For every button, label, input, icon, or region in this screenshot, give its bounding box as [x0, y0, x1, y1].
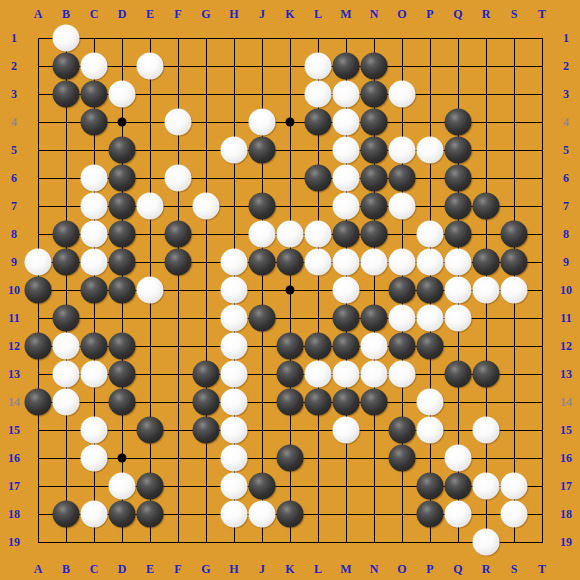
- row-label-left-2: 2: [11, 60, 17, 72]
- row-label-right-10: 10: [560, 284, 572, 296]
- star-point-K4: [286, 118, 295, 127]
- stone-black-O15: [389, 417, 416, 444]
- stone-white-C2: [81, 53, 108, 80]
- col-label-top-P: P: [426, 8, 433, 20]
- stone-white-L13: [305, 361, 332, 388]
- row-label-left-18: 18: [8, 508, 20, 520]
- stone-black-N6: [361, 165, 388, 192]
- stone-black-K18: [277, 501, 304, 528]
- row-label-right-7: 7: [563, 200, 569, 212]
- stone-white-P11: [417, 305, 444, 332]
- col-label-top-R: R: [482, 8, 491, 20]
- col-label-bottom-A: A: [34, 563, 43, 575]
- stone-black-Q13: [445, 361, 472, 388]
- stone-black-P10: [417, 277, 444, 304]
- stone-white-K8: [277, 221, 304, 248]
- stone-white-M7: [333, 193, 360, 220]
- col-label-bottom-J: J: [259, 563, 265, 575]
- stone-black-Q4: [445, 109, 472, 136]
- stone-black-C4: [81, 109, 108, 136]
- col-label-top-S: S: [511, 8, 518, 20]
- col-label-top-F: F: [174, 8, 181, 20]
- row-label-right-5: 5: [563, 144, 569, 156]
- row-label-left-4: 4: [11, 116, 17, 128]
- stone-black-C10: [81, 277, 108, 304]
- stone-white-O3: [389, 81, 416, 108]
- stone-black-C12: [81, 333, 108, 360]
- row-label-right-13: 13: [560, 368, 572, 380]
- stone-black-S9: [501, 249, 528, 276]
- stone-black-L12: [305, 333, 332, 360]
- stone-white-P9: [417, 249, 444, 276]
- stone-black-D8: [109, 221, 136, 248]
- row-label-right-15: 15: [560, 424, 572, 436]
- stone-black-D5: [109, 137, 136, 164]
- row-label-right-1: 1: [563, 32, 569, 44]
- stone-white-M9: [333, 249, 360, 276]
- stone-black-C3: [81, 81, 108, 108]
- star-point-K10: [286, 286, 295, 295]
- row-label-left-8: 8: [11, 228, 17, 240]
- col-label-bottom-S: S: [511, 563, 518, 575]
- stone-white-J8: [249, 221, 276, 248]
- col-label-top-Q: Q: [453, 8, 462, 20]
- stone-white-B14: [53, 389, 80, 416]
- stone-white-H13: [221, 361, 248, 388]
- col-label-top-A: A: [34, 8, 43, 20]
- col-label-top-C: C: [90, 8, 99, 20]
- row-label-right-16: 16: [560, 452, 572, 464]
- stone-white-Q18: [445, 501, 472, 528]
- stone-white-B12: [53, 333, 80, 360]
- stone-black-A12: [25, 333, 52, 360]
- row-label-right-14: 14: [560, 396, 572, 408]
- stone-white-R17: [473, 473, 500, 500]
- row-label-left-14: 14: [8, 396, 20, 408]
- stone-black-G15: [193, 417, 220, 444]
- stone-white-M10: [333, 277, 360, 304]
- col-label-bottom-K: K: [285, 563, 294, 575]
- stone-black-M2: [333, 53, 360, 80]
- col-label-top-K: K: [285, 8, 294, 20]
- stone-white-P8: [417, 221, 444, 248]
- stone-white-H14: [221, 389, 248, 416]
- row-label-left-11: 11: [8, 312, 19, 324]
- col-label-bottom-B: B: [62, 563, 70, 575]
- stone-black-Q5: [445, 137, 472, 164]
- stone-white-M13: [333, 361, 360, 388]
- col-label-top-L: L: [314, 8, 322, 20]
- stone-black-N7: [361, 193, 388, 220]
- row-label-left-12: 12: [8, 340, 20, 352]
- grid-line-horizontal: [38, 430, 543, 431]
- stone-white-Q9: [445, 249, 472, 276]
- stone-white-R10: [473, 277, 500, 304]
- row-label-left-6: 6: [11, 172, 17, 184]
- stone-white-O13: [389, 361, 416, 388]
- stone-white-L8: [305, 221, 332, 248]
- col-label-bottom-O: O: [397, 563, 406, 575]
- stone-white-P5: [417, 137, 444, 164]
- stone-white-C9: [81, 249, 108, 276]
- stone-black-R7: [473, 193, 500, 220]
- col-label-bottom-N: N: [370, 563, 379, 575]
- go-board[interactable]: AABBCCDDEEFFGGHHJJKKLLMMNNOOPPQQRRSSTT11…: [0, 0, 580, 580]
- grid-line-horizontal: [38, 542, 543, 543]
- stone-black-E17: [137, 473, 164, 500]
- stone-black-M12: [333, 333, 360, 360]
- stone-black-B9: [53, 249, 80, 276]
- row-label-right-19: 19: [560, 536, 572, 548]
- row-label-left-1: 1: [11, 32, 17, 44]
- col-label-bottom-R: R: [482, 563, 491, 575]
- row-label-left-3: 3: [11, 88, 17, 100]
- row-label-left-19: 19: [8, 536, 20, 548]
- stone-white-Q16: [445, 445, 472, 472]
- row-label-right-4: 4: [563, 116, 569, 128]
- row-label-right-8: 8: [563, 228, 569, 240]
- stone-white-H16: [221, 445, 248, 472]
- stone-white-E10: [137, 277, 164, 304]
- stone-black-K14: [277, 389, 304, 416]
- row-label-right-17: 17: [560, 480, 572, 492]
- stone-white-N12: [361, 333, 388, 360]
- stone-black-L6: [305, 165, 332, 192]
- col-label-top-J: J: [259, 8, 265, 20]
- stone-black-O10: [389, 277, 416, 304]
- row-label-left-7: 7: [11, 200, 17, 212]
- stone-black-A10: [25, 277, 52, 304]
- stone-white-R19: [473, 529, 500, 556]
- stone-white-S10: [501, 277, 528, 304]
- col-label-bottom-C: C: [90, 563, 99, 575]
- stone-white-O7: [389, 193, 416, 220]
- row-label-right-2: 2: [563, 60, 569, 72]
- stone-white-L2: [305, 53, 332, 80]
- stone-white-H11: [221, 305, 248, 332]
- stone-white-C13: [81, 361, 108, 388]
- stone-black-O16: [389, 445, 416, 472]
- stone-black-D9: [109, 249, 136, 276]
- stone-white-H17: [221, 473, 248, 500]
- stone-black-D12: [109, 333, 136, 360]
- stone-black-M14: [333, 389, 360, 416]
- stone-white-C6: [81, 165, 108, 192]
- col-label-top-T: T: [538, 8, 546, 20]
- stone-black-D10: [109, 277, 136, 304]
- row-label-right-11: 11: [560, 312, 571, 324]
- stone-white-Q11: [445, 305, 472, 332]
- stone-white-L9: [305, 249, 332, 276]
- col-label-top-O: O: [397, 8, 406, 20]
- col-label-top-B: B: [62, 8, 70, 20]
- col-label-top-N: N: [370, 8, 379, 20]
- col-label-top-H: H: [229, 8, 238, 20]
- stone-white-E7: [137, 193, 164, 220]
- stone-white-M15: [333, 417, 360, 444]
- col-label-top-M: M: [340, 8, 351, 20]
- stone-white-M6: [333, 165, 360, 192]
- col-label-bottom-H: H: [229, 563, 238, 575]
- stone-white-J18: [249, 501, 276, 528]
- stone-white-F6: [165, 165, 192, 192]
- stone-white-M5: [333, 137, 360, 164]
- stone-black-K13: [277, 361, 304, 388]
- stone-black-N11: [361, 305, 388, 332]
- stone-white-C15: [81, 417, 108, 444]
- stone-black-E15: [137, 417, 164, 444]
- stone-black-J7: [249, 193, 276, 220]
- stone-white-S17: [501, 473, 528, 500]
- stone-black-A14: [25, 389, 52, 416]
- stone-white-C7: [81, 193, 108, 220]
- stone-white-N9: [361, 249, 388, 276]
- stone-black-P17: [417, 473, 444, 500]
- col-label-bottom-T: T: [538, 563, 546, 575]
- stone-white-J4: [249, 109, 276, 136]
- stone-black-D18: [109, 501, 136, 528]
- col-label-bottom-P: P: [426, 563, 433, 575]
- stone-white-B1: [53, 25, 80, 52]
- col-label-bottom-D: D: [118, 563, 127, 575]
- stone-black-B3: [53, 81, 80, 108]
- stone-white-O11: [389, 305, 416, 332]
- stone-white-D17: [109, 473, 136, 500]
- stone-black-D7: [109, 193, 136, 220]
- stone-black-K9: [277, 249, 304, 276]
- stone-black-Q7: [445, 193, 472, 220]
- stone-white-Q10: [445, 277, 472, 304]
- stone-white-A9: [25, 249, 52, 276]
- row-label-left-10: 10: [8, 284, 20, 296]
- col-label-bottom-F: F: [174, 563, 181, 575]
- col-label-bottom-Q: Q: [453, 563, 462, 575]
- stone-black-B2: [53, 53, 80, 80]
- stone-black-M8: [333, 221, 360, 248]
- stone-white-F4: [165, 109, 192, 136]
- stone-black-B8: [53, 221, 80, 248]
- stone-black-J5: [249, 137, 276, 164]
- row-label-left-13: 13: [8, 368, 20, 380]
- stone-black-J9: [249, 249, 276, 276]
- stone-black-O12: [389, 333, 416, 360]
- stone-white-H15: [221, 417, 248, 444]
- stone-black-M11: [333, 305, 360, 332]
- stone-black-S8: [501, 221, 528, 248]
- stone-white-O9: [389, 249, 416, 276]
- stone-black-G14: [193, 389, 220, 416]
- row-label-left-9: 9: [11, 256, 17, 268]
- stone-black-D6: [109, 165, 136, 192]
- stone-white-P14: [417, 389, 444, 416]
- col-label-top-E: E: [146, 8, 154, 20]
- stone-white-H10: [221, 277, 248, 304]
- stone-black-J17: [249, 473, 276, 500]
- stone-black-R13: [473, 361, 500, 388]
- row-label-right-18: 18: [560, 508, 572, 520]
- stone-black-N14: [361, 389, 388, 416]
- row-label-left-16: 16: [8, 452, 20, 464]
- stone-black-P18: [417, 501, 444, 528]
- stone-black-Q17: [445, 473, 472, 500]
- stone-black-B18: [53, 501, 80, 528]
- stone-white-E2: [137, 53, 164, 80]
- row-label-right-9: 9: [563, 256, 569, 268]
- row-label-right-12: 12: [560, 340, 572, 352]
- stone-white-N13: [361, 361, 388, 388]
- row-label-right-6: 6: [563, 172, 569, 184]
- stone-white-P15: [417, 417, 444, 444]
- star-point-D16: [118, 454, 127, 463]
- stone-black-N2: [361, 53, 388, 80]
- stone-white-G7: [193, 193, 220, 220]
- stone-white-B13: [53, 361, 80, 388]
- stone-white-M4: [333, 109, 360, 136]
- grid-line-vertical: [542, 38, 543, 543]
- stone-black-N4: [361, 109, 388, 136]
- stone-black-O6: [389, 165, 416, 192]
- stone-white-D3: [109, 81, 136, 108]
- row-label-left-5: 5: [11, 144, 17, 156]
- stone-black-L4: [305, 109, 332, 136]
- row-label-left-17: 17: [8, 480, 20, 492]
- stone-black-N3: [361, 81, 388, 108]
- stone-black-Q8: [445, 221, 472, 248]
- stone-white-H9: [221, 249, 248, 276]
- stone-white-H18: [221, 501, 248, 528]
- stone-black-K16: [277, 445, 304, 472]
- stone-black-D14: [109, 389, 136, 416]
- col-label-bottom-E: E: [146, 563, 154, 575]
- stone-black-F8: [165, 221, 192, 248]
- col-label-bottom-L: L: [314, 563, 322, 575]
- col-label-top-D: D: [118, 8, 127, 20]
- stone-black-E18: [137, 501, 164, 528]
- row-label-right-3: 3: [563, 88, 569, 100]
- col-label-bottom-M: M: [340, 563, 351, 575]
- stone-white-H5: [221, 137, 248, 164]
- stone-white-H12: [221, 333, 248, 360]
- row-label-left-15: 15: [8, 424, 20, 436]
- stone-black-N5: [361, 137, 388, 164]
- stone-white-C8: [81, 221, 108, 248]
- stone-white-C18: [81, 501, 108, 528]
- stone-black-J11: [249, 305, 276, 332]
- stone-white-O5: [389, 137, 416, 164]
- stone-white-L3: [305, 81, 332, 108]
- stone-black-L14: [305, 389, 332, 416]
- stone-black-D13: [109, 361, 136, 388]
- stone-black-N8: [361, 221, 388, 248]
- stone-black-R9: [473, 249, 500, 276]
- stone-black-Q6: [445, 165, 472, 192]
- stone-white-C16: [81, 445, 108, 472]
- stone-white-S18: [501, 501, 528, 528]
- stone-black-G13: [193, 361, 220, 388]
- stone-black-P12: [417, 333, 444, 360]
- stone-white-R15: [473, 417, 500, 444]
- col-label-top-G: G: [201, 8, 210, 20]
- stone-black-K12: [277, 333, 304, 360]
- stone-black-B11: [53, 305, 80, 332]
- col-label-bottom-G: G: [201, 563, 210, 575]
- stone-white-M3: [333, 81, 360, 108]
- stone-black-F9: [165, 249, 192, 276]
- star-point-D4: [118, 118, 127, 127]
